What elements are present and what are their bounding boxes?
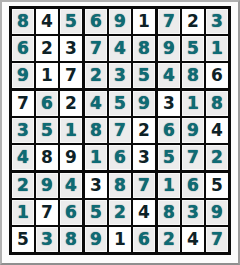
sudoku-cell-r1c2[interactable]: 4 [36,9,60,36]
sudoku-cell-r4c8[interactable]: 1 [182,91,206,118]
sudoku-app-window: 8456917236237489519172354867624593183518… [0,0,240,265]
sudoku-cell-r7c8[interactable]: 6 [182,173,206,200]
sudoku-cell-r6c7[interactable]: 5 [158,145,182,173]
sudoku-cell-r3c8[interactable]: 8 [182,63,206,91]
sudoku-cell-r5c8[interactable]: 9 [182,118,206,145]
sudoku-cell-r1c9[interactable]: 3 [206,9,228,36]
sudoku-cell-r9c4[interactable]: 9 [85,227,109,252]
sudoku-cell-r2c7[interactable]: 9 [158,36,182,63]
sudoku-cell-r6c9[interactable]: 2 [206,145,228,173]
sudoku-cell-r4c2[interactable]: 6 [36,91,60,118]
sudoku-cell-r8c4[interactable]: 5 [85,200,109,227]
sudoku-cell-r1c1[interactable]: 8 [12,9,36,36]
sudoku-cell-r4c3[interactable]: 2 [60,91,85,118]
sudoku-cell-r1c5[interactable]: 9 [109,9,133,36]
sudoku-cell-r2c1[interactable]: 6 [12,36,36,63]
sudoku-cell-r1c3[interactable]: 5 [60,9,85,36]
sudoku-cell-r9c8[interactable]: 4 [182,227,206,252]
sudoku-cell-r7c1[interactable]: 2 [12,173,36,200]
sudoku-cell-r2c3[interactable]: 3 [60,36,85,63]
sudoku-cell-r8c6[interactable]: 4 [133,200,158,227]
sudoku-board: 8456917236237489519172354867624593183518… [9,6,231,255]
sudoku-cell-r3c5[interactable]: 3 [109,63,133,91]
sudoku-cell-r9c2[interactable]: 3 [36,227,60,252]
sudoku-cell-r5c7[interactable]: 6 [158,118,182,145]
sudoku-cell-r6c6[interactable]: 3 [133,145,158,173]
sudoku-cell-r5c6[interactable]: 2 [133,118,158,145]
sudoku-cell-r8c3[interactable]: 6 [60,200,85,227]
sudoku-cell-r8c2[interactable]: 7 [36,200,60,227]
sudoku-cell-r4c9[interactable]: 8 [206,91,228,118]
sudoku-cell-r6c1[interactable]: 4 [12,145,36,173]
sudoku-cell-r9c7[interactable]: 2 [158,227,182,252]
sudoku-cell-r3c1[interactable]: 9 [12,63,36,91]
sudoku-cell-r6c5[interactable]: 6 [109,145,133,173]
sudoku-cell-r9c6[interactable]: 6 [133,227,158,252]
sudoku-cell-r2c6[interactable]: 8 [133,36,158,63]
sudoku-cell-r4c4[interactable]: 4 [85,91,109,118]
sudoku-cell-r6c4[interactable]: 1 [85,145,109,173]
sudoku-cell-r5c2[interactable]: 5 [36,118,60,145]
sudoku-cell-r9c9[interactable]: 7 [206,227,228,252]
sudoku-cell-r5c9[interactable]: 4 [206,118,228,145]
sudoku-cell-r8c9[interactable]: 9 [206,200,228,227]
sudoku-cell-r4c6[interactable]: 9 [133,91,158,118]
sudoku-cell-r4c1[interactable]: 7 [12,91,36,118]
sudoku-cell-r7c5[interactable]: 8 [109,173,133,200]
sudoku-cell-r8c8[interactable]: 3 [182,200,206,227]
sudoku-cell-r2c4[interactable]: 7 [85,36,109,63]
sudoku-cell-r5c3[interactable]: 1 [60,118,85,145]
sudoku-cell-r6c3[interactable]: 9 [60,145,85,173]
sudoku-cell-r6c8[interactable]: 7 [182,145,206,173]
sudoku-cell-r9c5[interactable]: 1 [109,227,133,252]
sudoku-cell-r1c7[interactable]: 7 [158,9,182,36]
sudoku-cell-r3c3[interactable]: 7 [60,63,85,91]
sudoku-cell-r7c4[interactable]: 3 [85,173,109,200]
sudoku-cell-r1c8[interactable]: 2 [182,9,206,36]
sudoku-cell-r7c3[interactable]: 4 [60,173,85,200]
sudoku-cell-r4c5[interactable]: 5 [109,91,133,118]
sudoku-cell-r5c5[interactable]: 7 [109,118,133,145]
sudoku-cell-r3c7[interactable]: 4 [158,63,182,91]
sudoku-cell-r3c9[interactable]: 6 [206,63,228,91]
sudoku-cell-r1c4[interactable]: 6 [85,9,109,36]
sudoku-cell-r7c6[interactable]: 7 [133,173,158,200]
sudoku-cell-r7c9[interactable]: 5 [206,173,228,200]
sudoku-cell-r3c6[interactable]: 5 [133,63,158,91]
sudoku-cell-r5c1[interactable]: 3 [12,118,36,145]
sudoku-cell-r6c2[interactable]: 8 [36,145,60,173]
sudoku-cell-r2c2[interactable]: 2 [36,36,60,63]
sudoku-cell-r5c4[interactable]: 8 [85,118,109,145]
sudoku-cell-r7c2[interactable]: 9 [36,173,60,200]
sudoku-cell-r9c3[interactable]: 8 [60,227,85,252]
sudoku-cell-r3c2[interactable]: 1 [36,63,60,91]
sudoku-cell-r2c9[interactable]: 1 [206,36,228,63]
sudoku-cell-r8c5[interactable]: 2 [109,200,133,227]
sudoku-cell-r8c1[interactable]: 1 [12,200,36,227]
sudoku-cell-r7c7[interactable]: 1 [158,173,182,200]
sudoku-cell-r1c6[interactable]: 1 [133,9,158,36]
sudoku-cell-r2c8[interactable]: 5 [182,36,206,63]
sudoku-cell-r4c7[interactable]: 3 [158,91,182,118]
sudoku-cell-r8c7[interactable]: 8 [158,200,182,227]
sudoku-cell-r9c1[interactable]: 5 [12,227,36,252]
sudoku-cell-r2c5[interactable]: 4 [109,36,133,63]
sudoku-cell-r3c4[interactable]: 2 [85,63,109,91]
